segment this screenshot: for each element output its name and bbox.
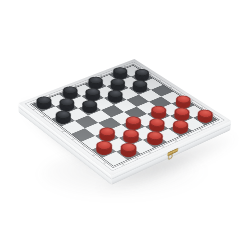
game-box: aa88bb77cc66dd55ee44ff33gg22hh11 [18,59,231,175]
clasp-ring [168,153,173,160]
board-face: aa88bb77cc66dd55ee44ff33gg22hh11 [18,59,231,175]
product-photo-stage: aa88bb77cc66dd55ee44ff33gg22hh11 [0,0,250,250]
